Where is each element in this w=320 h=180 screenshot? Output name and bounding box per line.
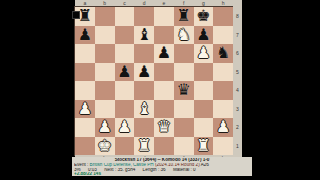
piece-bP-g7: ♟ bbox=[194, 26, 214, 45]
event-name-link[interactable]: British Cup Defense, Castle PH bbox=[90, 163, 154, 167]
square-a4 bbox=[75, 81, 95, 100]
square-c2: ♟ bbox=[115, 118, 135, 137]
square-d2 bbox=[134, 118, 154, 137]
square-b7 bbox=[95, 26, 115, 45]
square-e5 bbox=[154, 63, 174, 82]
square-g1: ♜ bbox=[194, 137, 214, 156]
square-d7: ♝ bbox=[134, 26, 154, 45]
square-a5 bbox=[75, 63, 95, 82]
square-a1 bbox=[75, 137, 95, 156]
square-a6 bbox=[75, 44, 95, 63]
square-f5 bbox=[174, 63, 194, 82]
piece-wP-h2: ♟ bbox=[213, 118, 233, 137]
event-detail: (2024.10.14 Round 2) bbox=[155, 163, 200, 167]
square-e3 bbox=[154, 100, 174, 119]
piece-wP-g6: ♟ bbox=[194, 44, 214, 63]
piece-bP-d5: ♟ bbox=[134, 63, 154, 82]
engine-eval-line[interactable]: +2.88/22 14s bbox=[74, 172, 250, 177]
piece-bN-h6: ♞ bbox=[213, 44, 233, 63]
square-b3 bbox=[95, 100, 115, 119]
rank-label-3: 3 bbox=[233, 100, 242, 119]
square-h4 bbox=[213, 81, 233, 100]
square-g6: ♟ bbox=[194, 44, 214, 63]
square-c1 bbox=[115, 137, 135, 156]
square-e2: ♛ bbox=[154, 118, 174, 137]
piece-bB-d7: ♝ bbox=[134, 26, 154, 45]
black-to-move-indicator bbox=[72, 11, 80, 19]
square-d3: ♝ bbox=[134, 100, 154, 119]
square-c7 bbox=[115, 26, 135, 45]
piece-bK-g8: ♚ bbox=[194, 7, 214, 26]
video-frame: abcdefgh ♜♜♚♟♝♞♟♟♟♞♟♟♛♟♝♟♟♛♟♚♜♜ abcdefgh… bbox=[0, 0, 320, 180]
square-g5 bbox=[194, 63, 214, 82]
rank-labels: 87654321 bbox=[233, 0, 242, 161]
file-label-c: c bbox=[115, 0, 135, 7]
piece-wQ-e2: ♛ bbox=[154, 118, 174, 137]
piece-bQ-f4: ♛ bbox=[174, 81, 194, 100]
chess-board: abcdefgh ♜♜♚♟♝♞♟♟♟♞♟♟♛♟♝♟♟♛♟♚♜♜ abcdefgh… bbox=[72, 0, 242, 161]
rank-label-5: 5 bbox=[233, 63, 242, 82]
square-h6: ♞ bbox=[213, 44, 233, 63]
piece-bP-e6: ♟ bbox=[154, 44, 174, 63]
square-e6: ♟ bbox=[154, 44, 174, 63]
file-label-h: h bbox=[213, 0, 233, 7]
piece-wB-d3: ♝ bbox=[134, 100, 154, 119]
piece-wR-g1: ♜ bbox=[194, 137, 214, 156]
square-b5 bbox=[95, 63, 115, 82]
rank-label-8: 8 bbox=[233, 7, 242, 26]
file-label-e: e bbox=[154, 0, 174, 7]
file-label-d: d bbox=[134, 0, 154, 7]
square-b6 bbox=[95, 44, 115, 63]
square-f7: ♞ bbox=[174, 26, 194, 45]
square-g3 bbox=[194, 100, 214, 119]
material-balance: Material : 0 bbox=[173, 168, 196, 173]
rank-label-2: 2 bbox=[233, 118, 242, 137]
square-f2 bbox=[174, 118, 194, 137]
rank-label-6: 6 bbox=[233, 44, 242, 63]
square-e1 bbox=[154, 137, 174, 156]
square-d8 bbox=[134, 7, 154, 26]
piece-bP-c5: ♟ bbox=[115, 63, 135, 82]
square-g8: ♚ bbox=[194, 7, 214, 26]
board-grid: ♜♜♚♟♝♞♟♟♟♞♟♟♛♟♝♟♟♛♟♚♜♜ bbox=[75, 7, 233, 155]
piece-wP-c2: ♟ bbox=[115, 118, 135, 137]
piece-wK-b1: ♚ bbox=[95, 137, 115, 156]
eco-code: A26 bbox=[201, 163, 209, 167]
square-c3 bbox=[115, 100, 135, 119]
square-c5: ♟ bbox=[115, 63, 135, 82]
square-b2: ♟ bbox=[95, 118, 115, 137]
piece-wR-d1: ♜ bbox=[134, 137, 154, 156]
square-h5 bbox=[213, 63, 233, 82]
piece-wP-a3: ♟ bbox=[75, 100, 95, 119]
square-e8 bbox=[154, 7, 174, 26]
next-move: Next : 35. g5h4 bbox=[104, 168, 135, 173]
square-e7 bbox=[154, 26, 174, 45]
square-h1 bbox=[213, 137, 233, 156]
piece-bP-a7: ♟ bbox=[75, 26, 95, 45]
info-panel: Stockfish 17 (3644) -- Komodo 14 (3337) … bbox=[72, 157, 252, 176]
square-f3 bbox=[174, 100, 194, 119]
square-f1 bbox=[174, 137, 194, 156]
game-length: Length : 36 bbox=[143, 168, 166, 173]
square-g2 bbox=[194, 118, 214, 137]
square-a2 bbox=[75, 118, 95, 137]
square-b1: ♚ bbox=[95, 137, 115, 156]
square-b4 bbox=[95, 81, 115, 100]
square-d5: ♟ bbox=[134, 63, 154, 82]
square-c8 bbox=[115, 7, 135, 26]
square-g7: ♟ bbox=[194, 26, 214, 45]
square-d4 bbox=[134, 81, 154, 100]
rank-label-1: 1 bbox=[233, 137, 242, 156]
square-a3: ♟ bbox=[75, 100, 95, 119]
square-h3 bbox=[213, 100, 233, 119]
square-d1: ♜ bbox=[134, 137, 154, 156]
piece-wP-b2: ♟ bbox=[95, 118, 115, 137]
square-d6 bbox=[134, 44, 154, 63]
piece-wN-f7: ♞ bbox=[174, 26, 194, 45]
square-g4 bbox=[194, 81, 214, 100]
square-h2: ♟ bbox=[213, 118, 233, 137]
file-label-b: b bbox=[95, 0, 115, 7]
event-label: Event : bbox=[74, 163, 88, 167]
square-c4 bbox=[115, 81, 135, 100]
rank-label-4: 4 bbox=[233, 81, 242, 100]
square-c6 bbox=[115, 44, 135, 63]
piece-bR-f8: ♜ bbox=[174, 7, 194, 26]
square-h8 bbox=[213, 7, 233, 26]
square-b8 bbox=[95, 7, 115, 26]
square-a7: ♟ bbox=[75, 26, 95, 45]
rank-label-7: 7 bbox=[233, 26, 242, 45]
square-f8: ♜ bbox=[174, 7, 194, 26]
square-f4: ♛ bbox=[174, 81, 194, 100]
square-e4 bbox=[154, 81, 174, 100]
square-h7 bbox=[213, 26, 233, 45]
square-f6 bbox=[174, 44, 194, 63]
